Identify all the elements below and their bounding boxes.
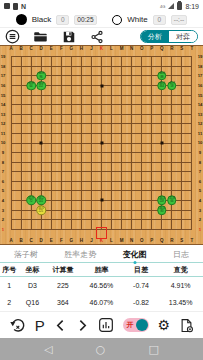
white-player-name: White <box>127 15 147 24</box>
ai-toggle-knob <box>136 319 148 331</box>
col-label-E: E <box>46 238 56 244</box>
analysis-table-header: 序号坐标计算量胜率目差直觉 <box>0 262 203 277</box>
white-clock: --:-- <box>171 15 187 25</box>
col-label-D: D <box>36 238 46 244</box>
col-label-F: F <box>56 238 66 244</box>
bottom-toolbar: P 开 ⚙ <box>0 311 203 338</box>
tab-3[interactable]: 日志 <box>173 247 189 260</box>
row-label-1: 1 <box>197 224 203 234</box>
signal-icon <box>168 3 174 9</box>
table-cell: 4.91% <box>158 282 203 289</box>
row-label-8: 8 <box>197 157 203 167</box>
col-label-O: O <box>137 238 147 244</box>
col-label-B: B <box>16 238 26 244</box>
suggestion-marker-D16[interactable]: 46.2152 <box>36 81 46 91</box>
row-label-10: 10 <box>197 138 203 148</box>
table-cell: 46.07% <box>79 299 124 306</box>
row-labels-right: 19181716151413121110987654321 <box>197 52 203 234</box>
network-type-label: 4G <box>160 4 165 9</box>
white-stone-icon <box>112 15 122 25</box>
row-label-19: 19 <box>197 52 203 62</box>
table-cell: 364 <box>47 299 79 306</box>
row-label-2: 2 <box>197 215 203 225</box>
row-label-11: 11 <box>197 129 203 139</box>
col-label-N: N <box>127 238 137 244</box>
menu-icon[interactable] <box>5 29 20 44</box>
notification-square-icon <box>4 3 10 9</box>
table-cell: 225 <box>47 282 79 289</box>
analysis-table-body: 1D322546.56%-0.744.91%2Q1636446.07%-0.82… <box>0 277 203 311</box>
table-header-0: 序号 <box>0 265 18 275</box>
board-grid[interactable]: 46.39645.86446.215246.08846.136445.75845… <box>6 52 197 234</box>
suggestion-marker-R4[interactable]: 45.866 <box>167 196 177 206</box>
star-point <box>100 199 103 202</box>
col-label-P: P <box>147 238 157 244</box>
settings-gear-icon[interactable]: ⚙ <box>157 318 170 332</box>
next-move-icon[interactable] <box>76 318 89 333</box>
suggestion-marker-D3[interactable]: 46.6225 <box>36 205 46 215</box>
col-label-Q: Q <box>157 238 167 244</box>
row-label-16: 16 <box>197 81 203 91</box>
black-stone-icon <box>16 14 27 25</box>
chart-icon[interactable] <box>98 317 114 333</box>
tab-2[interactable]: 变化图 <box>123 247 147 260</box>
table-header-5: 直觉 <box>158 265 203 275</box>
col-label-M: M <box>117 238 127 244</box>
android-nav-bar: ◁ ○ □ <box>0 338 203 360</box>
table-cell: 46.56% <box>79 282 124 289</box>
table-cell: -0.82 <box>124 299 159 306</box>
tab-0[interactable]: 落子树 <box>14 247 38 260</box>
nav-back-icon[interactable]: ◁ <box>44 344 52 355</box>
white-captures: 0 <box>153 15 166 25</box>
analysis-table: 序号坐标计算量胜率目差直觉 1D322546.56%-0.744.91%2Q16… <box>0 262 203 311</box>
suggestion-marker-Q16[interactable]: 46.1364 <box>157 81 167 91</box>
star-point <box>100 142 103 145</box>
sim-icon <box>13 3 18 10</box>
new-file-icon[interactable] <box>179 318 194 333</box>
col-label-L: L <box>106 238 116 244</box>
suggestion-marker-Q17[interactable]: 46.088 <box>157 71 167 81</box>
reset-undo-icon[interactable] <box>9 317 26 334</box>
suggestion-marker-Q4[interactable]: 46.3118 <box>157 196 167 206</box>
black-player-name: Black <box>32 15 52 24</box>
nav-home-icon[interactable]: ○ <box>96 344 106 355</box>
col-label-T: T <box>187 238 197 244</box>
analyze-mode-button[interactable]: 分析 <box>141 31 169 42</box>
table-header-1: 坐标 <box>18 265 46 275</box>
col-label-S: S <box>177 238 187 244</box>
table-cell: Q16 <box>18 299 46 306</box>
star-point <box>160 142 163 145</box>
row-label-9: 9 <box>197 148 203 158</box>
row-label-3: 3 <box>197 205 203 215</box>
suggestion-marker-D4[interactable]: 46.2141 <box>36 196 46 206</box>
battery-icon <box>177 2 182 10</box>
row-label-7: 7 <box>197 167 203 177</box>
status-bar: N 4G 8:19 <box>0 0 203 12</box>
black-captures: 0 <box>56 15 69 25</box>
suggestion-marker-R16[interactable]: 45.758 <box>167 81 177 91</box>
share-icon[interactable] <box>89 29 104 44</box>
row-label-5: 5 <box>197 186 203 196</box>
col-label-J: J <box>86 238 96 244</box>
mode-segmented-control: 分析 对弈 <box>140 30 198 43</box>
black-player-group: Black 0 00:25 <box>16 14 97 25</box>
ai-toggle-label: 开 <box>127 320 134 330</box>
table-row[interactable]: 2Q1636446.07%-0.8213.45% <box>0 294 203 311</box>
table-cell: 2 <box>0 299 18 306</box>
save-icon[interactable] <box>61 29 76 44</box>
suggestion-marker-C16[interactable]: 45.864 <box>26 81 36 91</box>
row-label-14: 14 <box>197 100 203 110</box>
open-folder-icon[interactable] <box>33 29 48 44</box>
table-header-4: 目差 <box>124 265 159 275</box>
row-label-12: 12 <box>197 119 203 129</box>
ai-toggle[interactable]: 开 <box>123 318 149 332</box>
play-mode-button[interactable]: 对弈 <box>169 31 197 42</box>
table-header-3: 胜率 <box>79 265 124 275</box>
row-label-17: 17 <box>197 71 203 81</box>
app-window: N 4G 8:19 Black 0 00:25 White 0 --:-- <box>0 0 203 360</box>
col-label-G: G <box>66 238 76 244</box>
white-player-group: White 0 --:-- <box>112 15 187 25</box>
table-cell: 1 <box>0 282 18 289</box>
row-label-15: 15 <box>197 90 203 100</box>
col-label-C: C <box>26 238 36 244</box>
col-label-R: R <box>167 238 177 244</box>
black-clock: 00:25 <box>74 15 96 25</box>
last-move-red-square <box>96 227 107 239</box>
nav-recents-icon[interactable]: □ <box>149 344 159 355</box>
table-cell: 13.45% <box>158 299 203 306</box>
top-toolbar: 分析 对弈 <box>0 28 203 45</box>
row-label-13: 13 <box>197 109 203 119</box>
go-board: ABCDEFGHJKLMNOPQRST ABCDEFGHJKLMNOPQRST … <box>0 45 203 245</box>
row-label-4: 4 <box>197 196 203 206</box>
clock-text: 8:19 <box>185 3 199 10</box>
analysis-tabs: 落子树胜率走势变化图日志 <box>0 245 203 262</box>
suggestion-marker-C4[interactable]: 45.972 <box>26 196 36 206</box>
tab-1[interactable]: 胜率走势 <box>64 247 96 260</box>
col-label-H: H <box>76 238 86 244</box>
table-cell: D3 <box>18 282 46 289</box>
table-header-2: 计算量 <box>47 265 79 275</box>
suggestion-marker-D17[interactable]: 46.396 <box>36 71 46 81</box>
table-row[interactable]: 1D322546.56%-0.744.91% <box>0 277 203 294</box>
pass-button[interactable]: P <box>35 318 45 333</box>
col-label-A: A <box>6 238 16 244</box>
table-cell: -0.74 <box>124 282 159 289</box>
nfc-icon: N <box>21 3 26 10</box>
star-point <box>40 142 43 145</box>
player-bar: Black 0 00:25 White 0 --:-- <box>0 12 203 28</box>
star-point <box>100 84 103 87</box>
row-label-6: 6 <box>197 177 203 187</box>
row-label-18: 18 <box>197 62 203 72</box>
previous-move-icon[interactable] <box>54 318 67 333</box>
suggestion-marker-Q3[interactable]: 46.083 <box>157 205 167 215</box>
